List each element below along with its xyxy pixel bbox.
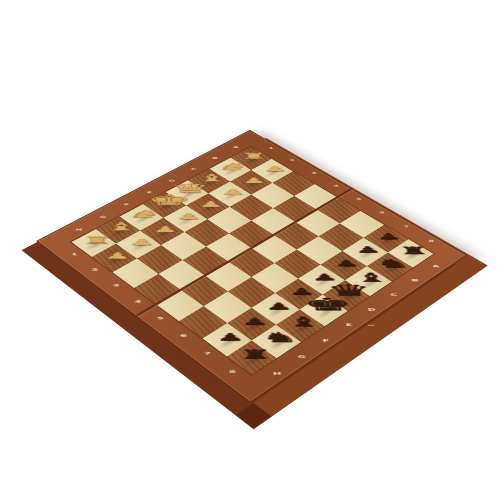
file-label-near-H: H: [267, 372, 288, 377]
file-label-near-G: G: [292, 355, 313, 359]
file-label-far-F: F: [118, 203, 135, 206]
rank-label-far-3: 3: [305, 172, 322, 175]
file-label-far-B: B: [207, 157, 224, 160]
chess-set-scene: 12345678HGFEDCBAHGFEDCBA12345678 ♜♞♝♛♚♞♝…: [13, 16, 487, 480]
rank-label-far-2: 2: [284, 159, 301, 162]
rank-label-far-1: 1: [263, 147, 280, 150]
rank-label-near-4: 4: [128, 300, 147, 304]
piece-white-pawn-c2[interactable]: ♟: [212, 188, 254, 196]
rank-label-near-2: 2: [86, 268, 105, 272]
file-label-near-A: A: [426, 265, 445, 269]
piece-white-knight-b1[interactable]: ♞: [213, 162, 254, 172]
file-label-far-G: G: [94, 216, 112, 219]
piece-white-rook-h1[interactable]: ♜: [75, 235, 119, 245]
rank-label-far-8: 8: [422, 240, 441, 244]
piece-white-pawn-b2[interactable]: ♟: [233, 177, 275, 185]
rank-label-near-6: 6: [174, 334, 194, 338]
rank-label-far-7: 7: [397, 225, 415, 228]
rank-label-far-4: 4: [327, 185, 344, 188]
rank-label-near-3: 3: [107, 284, 126, 288]
rank-label-far-6: 6: [373, 211, 391, 214]
piece-white-rook-a1[interactable]: ♜: [234, 152, 275, 160]
piece-white-king-e1[interactable]: ♚: [147, 193, 189, 207]
piece-white-pawn-f2[interactable]: ♟: [144, 225, 187, 233]
piece-white-pawn-a2[interactable]: ♟: [254, 165, 295, 172]
rank-label-far-5: 5: [350, 198, 368, 201]
file-label-far-H: H: [70, 229, 88, 233]
file-label-near-B: B: [405, 279, 425, 283]
file-label-far-A: A: [228, 146, 244, 149]
rank-label-near-1: 1: [65, 253, 83, 257]
piece-white-pawn-e2[interactable]: ♟: [167, 212, 210, 220]
brass-clasp: [363, 324, 376, 340]
rank-label-near-8: 8: [222, 370, 243, 375]
file-label-near-E: E: [339, 323, 359, 327]
rank-label-near-5: 5: [151, 317, 170, 321]
page-background: { "game": "chess", "scene": { "descripti…: [0, 0, 500, 500]
file-label-far-C: C: [185, 168, 202, 171]
piece-white-bishop-g1[interactable]: ♝: [99, 221, 143, 232]
rank-label-near-7: 7: [198, 352, 218, 356]
chess-board: 12345678HGFEDCBAHGFEDCBA12345678 ♜♞♝♛♚♞♝…: [36, 130, 467, 403]
piece-black-pawn-a7[interactable]: ♟: [366, 232, 411, 241]
file-label-near-F: F: [316, 339, 336, 343]
piece-white-knight-f1[interactable]: ♞: [123, 209, 166, 220]
file-label-near-C: C: [384, 293, 404, 297]
file-label-near-D: D: [362, 308, 382, 312]
piece-white-pawn-g2[interactable]: ♟: [120, 238, 164, 247]
piece-white-pawn-d2[interactable]: ♟: [190, 200, 232, 208]
